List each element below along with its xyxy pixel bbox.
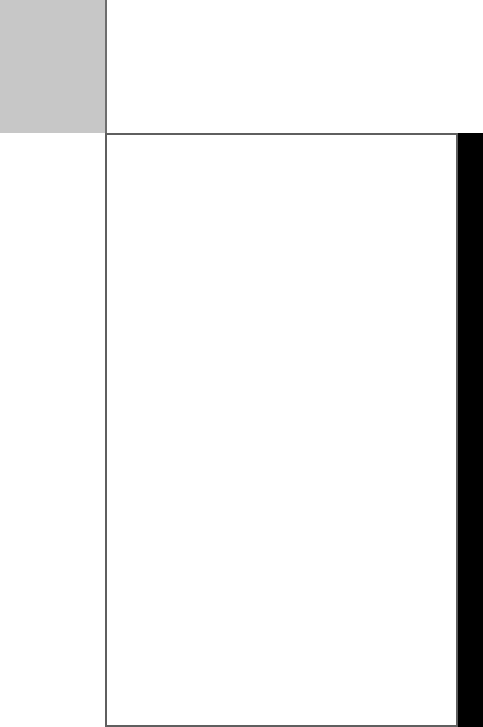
watermark-text — [0, 0, 105, 133]
site-bar — [458, 133, 483, 727]
nonogram-page — [0, 0, 483, 727]
puzzle-grid[interactable] — [105, 133, 458, 727]
row-clues-area — [0, 133, 105, 727]
column-clues-area — [105, 0, 458, 133]
watermark-corner — [0, 0, 105, 133]
